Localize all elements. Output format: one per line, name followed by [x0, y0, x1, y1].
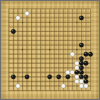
black-stone [84, 61, 88, 65]
black-stone [79, 70, 83, 74]
white-stone [70, 52, 74, 56]
stone-highlight [89, 53, 90, 54]
stone-highlight [85, 76, 86, 77]
black-stone [79, 61, 83, 65]
hoshi-point [49, 49, 51, 51]
white-stone [66, 70, 70, 74]
stone-highlight [85, 85, 86, 86]
black-stone [84, 52, 88, 56]
hoshi-point [22, 22, 24, 24]
stone-highlight [26, 12, 27, 13]
stone-highlight [58, 76, 59, 77]
stone-highlight [48, 76, 49, 77]
black-stone [11, 75, 15, 79]
stone-highlight [80, 76, 81, 77]
stone-highlight [80, 66, 81, 67]
black-stone [79, 66, 83, 70]
stone-highlight [76, 71, 77, 72]
stone-highlight [76, 62, 77, 63]
stone-highlight [85, 62, 86, 63]
white-stone [84, 84, 88, 88]
black-stone [79, 43, 83, 47]
black-stone [79, 75, 83, 79]
stone-highlight [80, 62, 81, 63]
white-stone [75, 66, 79, 70]
black-stone [47, 75, 51, 79]
stone-highlight [26, 76, 27, 77]
stone-highlight [76, 76, 77, 77]
stone-highlight [80, 80, 81, 81]
black-stone [75, 70, 79, 74]
black-stone [57, 75, 61, 79]
white-stone [16, 16, 20, 20]
go-board[interactable] [1, 1, 99, 99]
black-stone [79, 16, 83, 20]
stone-highlight [76, 80, 77, 81]
hoshi-point [22, 49, 24, 51]
stone-highlight [85, 80, 86, 81]
stone-highlight [80, 57, 81, 58]
black-stone [84, 75, 88, 79]
screenshot-frame [0, 0, 100, 100]
black-stone [66, 75, 70, 79]
white-stone [70, 70, 74, 74]
stone-highlight [85, 53, 86, 54]
white-stone [61, 84, 65, 88]
stone-highlight [12, 76, 13, 77]
white-stone [75, 61, 79, 65]
stone-highlight [71, 53, 72, 54]
white-stone [25, 11, 29, 15]
stone-highlight [80, 44, 81, 45]
white-stone [75, 79, 79, 83]
stone-highlight [80, 17, 81, 18]
hoshi-point [49, 22, 51, 24]
stone-highlight [67, 76, 68, 77]
stone-highlight [80, 71, 81, 72]
black-stone [25, 75, 29, 79]
black-stone [84, 79, 88, 83]
white-stone [16, 84, 20, 88]
black-stone [88, 52, 92, 56]
white-stone [79, 84, 83, 88]
go-grid [1, 1, 99, 99]
black-stone [79, 57, 83, 61]
stone-highlight [67, 71, 68, 72]
black-stone [11, 29, 15, 33]
stone-highlight [76, 66, 77, 67]
white-stone [79, 79, 83, 83]
stone-highlight [62, 85, 63, 86]
stone-highlight [12, 30, 13, 31]
hoshi-point [76, 49, 78, 51]
hoshi-point [76, 22, 78, 24]
stone-highlight [17, 85, 18, 86]
white-stone [75, 75, 79, 79]
hoshi-point [22, 76, 24, 78]
stone-highlight [17, 17, 18, 18]
stone-highlight [80, 85, 81, 86]
stone-highlight [71, 71, 72, 72]
